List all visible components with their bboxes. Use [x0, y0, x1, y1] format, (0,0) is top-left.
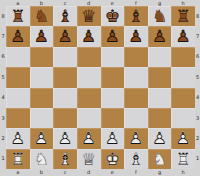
file-label-c-bottom: c: [53, 169, 77, 176]
piece-white-queen[interactable]: ♕: [77, 149, 101, 169]
piece-white-pawn[interactable]: ♙: [101, 128, 125, 148]
square-d2[interactable]: ♟♙: [77, 128, 101, 148]
piece-black-bishop-fill: ♝: [53, 6, 77, 26]
square-e2[interactable]: ♟♙: [101, 128, 125, 148]
square-b2[interactable]: ♟♙: [30, 128, 54, 148]
piece-white-bishop[interactable]: ♗: [124, 149, 148, 169]
piece-black-king-fill: ♚: [101, 6, 125, 26]
square-c6[interactable]: [53, 47, 77, 67]
square-d8[interactable]: ♛♕: [77, 6, 101, 26]
rank-label-4-right: 4: [195, 88, 200, 108]
square-a6[interactable]: [6, 47, 30, 67]
square-f4[interactable]: [124, 88, 148, 108]
square-f1[interactable]: ♝♗: [124, 149, 148, 169]
corner-spacer: [195, 169, 200, 176]
square-g4[interactable]: [148, 88, 172, 108]
file-label-h-bottom: h: [171, 169, 195, 176]
piece-black-pawn-fill: ♟: [6, 26, 30, 46]
square-g6[interactable]: [148, 47, 172, 67]
piece-black-pawn[interactable]: ♙: [53, 26, 77, 46]
piece-black-pawn[interactable]: ♙: [101, 26, 125, 46]
square-h7[interactable]: ♟♙: [171, 26, 195, 46]
piece-black-pawn[interactable]: ♙: [148, 26, 172, 46]
square-g7[interactable]: ♟♙: [148, 26, 172, 46]
square-b8[interactable]: ♞♘: [30, 6, 54, 26]
square-h4[interactable]: [171, 88, 195, 108]
file-label-b-bottom: b: [30, 169, 54, 176]
square-e3[interactable]: [101, 108, 125, 128]
piece-black-pawn[interactable]: ♙: [6, 26, 30, 46]
square-h2[interactable]: ♟♙: [171, 128, 195, 148]
square-a1[interactable]: ♜♖: [6, 149, 30, 169]
square-h1[interactable]: ♜♖: [171, 149, 195, 169]
square-b7[interactable]: ♟♙: [30, 26, 54, 46]
square-b1[interactable]: ♞♘: [30, 149, 54, 169]
square-d6[interactable]: [77, 47, 101, 67]
piece-white-pawn[interactable]: ♙: [148, 128, 172, 148]
square-a4[interactable]: [6, 88, 30, 108]
square-f8[interactable]: ♝♗: [124, 6, 148, 26]
piece-black-pawn-fill: ♟: [53, 26, 77, 46]
file-label-g-bottom: g: [148, 169, 172, 176]
piece-black-pawn[interactable]: ♙: [77, 26, 101, 46]
piece-white-rook-fill: ♜: [171, 149, 195, 169]
piece-black-king[interactable]: ♔: [101, 6, 125, 26]
piece-black-bishop-fill: ♝: [124, 6, 148, 26]
piece-white-rook-fill: ♜: [6, 149, 30, 169]
square-e1[interactable]: ♚♔: [101, 149, 125, 169]
rank-label-5-right: 5: [195, 67, 200, 87]
file-label-e-bottom: e: [101, 169, 125, 176]
piece-white-pawn[interactable]: ♙: [124, 128, 148, 148]
piece-black-knight[interactable]: ♘: [30, 6, 54, 26]
piece-white-bishop-fill: ♝: [124, 149, 148, 169]
square-b5[interactable]: [30, 67, 54, 87]
piece-white-rook[interactable]: ♖: [171, 149, 195, 169]
piece-white-pawn-fill: ♟: [30, 128, 54, 148]
piece-black-rook-fill: ♜: [6, 6, 30, 26]
piece-white-knight[interactable]: ♘: [30, 149, 54, 169]
square-g2[interactable]: ♟♙: [148, 128, 172, 148]
square-h3[interactable]: [171, 108, 195, 128]
square-e6[interactable]: [101, 47, 125, 67]
square-d1[interactable]: ♛♕: [77, 149, 101, 169]
square-b3[interactable]: [30, 108, 54, 128]
square-d4[interactable]: [77, 88, 101, 108]
piece-black-rook-fill: ♜: [171, 6, 195, 26]
square-g5[interactable]: [148, 67, 172, 87]
piece-black-pawn[interactable]: ♙: [30, 26, 54, 46]
piece-black-knight-fill: ♞: [148, 6, 172, 26]
piece-black-pawn-fill: ♟: [30, 26, 54, 46]
piece-black-pawn-fill: ♟: [77, 26, 101, 46]
piece-white-pawn-fill: ♟: [148, 128, 172, 148]
rank-label-7-right: 7: [195, 26, 200, 46]
piece-black-bishop[interactable]: ♗: [53, 6, 77, 26]
piece-black-pawn-fill: ♟: [171, 26, 195, 46]
square-a2[interactable]: ♟♙: [6, 128, 30, 148]
square-f7[interactable]: ♟♙: [124, 26, 148, 46]
square-a8[interactable]: ♜♖: [6, 6, 30, 26]
piece-white-king-fill: ♚: [101, 149, 125, 169]
piece-white-pawn[interactable]: ♙: [171, 128, 195, 148]
rank-label-1-right: 1: [195, 149, 200, 169]
piece-black-pawn-fill: ♟: [101, 26, 125, 46]
piece-white-pawn-fill: ♟: [6, 128, 30, 148]
piece-black-queen[interactable]: ♕: [77, 6, 101, 26]
square-a7[interactable]: ♟♙: [6, 26, 30, 46]
square-f2[interactable]: ♟♙: [124, 128, 148, 148]
square-a3[interactable]: [6, 108, 30, 128]
square-f5[interactable]: [124, 67, 148, 87]
square-f3[interactable]: [124, 108, 148, 128]
piece-black-knight[interactable]: ♘: [148, 6, 172, 26]
square-g3[interactable]: [148, 108, 172, 128]
square-a5[interactable]: [6, 67, 30, 87]
square-b6[interactable]: [30, 47, 54, 67]
square-c7[interactable]: ♟♙: [53, 26, 77, 46]
square-g8[interactable]: ♞♘: [148, 6, 172, 26]
square-c5[interactable]: [53, 67, 77, 87]
file-label-a-bottom: a: [6, 169, 30, 176]
piece-white-bishop-fill: ♝: [53, 149, 77, 169]
piece-white-knight[interactable]: ♘: [148, 149, 172, 169]
square-e8[interactable]: ♚♔: [101, 6, 125, 26]
piece-black-pawn-fill: ♟: [124, 26, 148, 46]
piece-black-pawn[interactable]: ♙: [124, 26, 148, 46]
piece-black-pawn-fill: ♟: [148, 26, 172, 46]
square-d5[interactable]: [77, 67, 101, 87]
square-c2[interactable]: ♟♙: [53, 128, 77, 148]
file-label-f-bottom: f: [124, 169, 148, 176]
piece-black-knight-fill: ♞: [30, 6, 54, 26]
piece-white-pawn-fill: ♟: [171, 128, 195, 148]
square-d3[interactable]: [77, 108, 101, 128]
square-c1[interactable]: ♝♗: [53, 149, 77, 169]
piece-black-queen-fill: ♛: [77, 6, 101, 26]
piece-black-bishop[interactable]: ♗: [124, 6, 148, 26]
file-label-d-bottom: d: [77, 169, 101, 176]
chess-board: abcdefgh8♜♖♞♘♝♗♛♕♚♔♝♗♞♘♜♖87♟♙♟♙♟♙♟♙♟♙♟♙♟…: [0, 0, 200, 176]
piece-white-pawn[interactable]: ♙: [77, 128, 101, 148]
square-c4[interactable]: [53, 88, 77, 108]
piece-white-pawn[interactable]: ♙: [53, 128, 77, 148]
piece-white-pawn[interactable]: ♙: [6, 128, 30, 148]
square-d7[interactable]: ♟♙: [77, 26, 101, 46]
piece-white-pawn[interactable]: ♙: [30, 128, 54, 148]
piece-white-knight-fill: ♞: [30, 149, 54, 169]
square-f6[interactable]: [124, 47, 148, 67]
square-c8[interactable]: ♝♗: [53, 6, 77, 26]
square-e5[interactable]: [101, 67, 125, 87]
piece-white-knight-fill: ♞: [148, 149, 172, 169]
square-b4[interactable]: [30, 88, 54, 108]
piece-white-bishop[interactable]: ♗: [53, 149, 77, 169]
square-h8[interactable]: ♜♖: [171, 6, 195, 26]
piece-white-pawn-fill: ♟: [124, 128, 148, 148]
rank-label-2-right: 2: [195, 128, 200, 148]
rank-label-8-right: 8: [195, 6, 200, 26]
square-h6[interactable]: [171, 47, 195, 67]
square-e7[interactable]: ♟♙: [101, 26, 125, 46]
piece-white-pawn-fill: ♟: [53, 128, 77, 148]
square-h5[interactable]: [171, 67, 195, 87]
piece-white-pawn-fill: ♟: [101, 128, 125, 148]
rank-label-6-right: 6: [195, 47, 200, 67]
piece-black-rook[interactable]: ♖: [6, 6, 30, 26]
piece-white-rook[interactable]: ♖: [6, 149, 30, 169]
piece-black-rook[interactable]: ♖: [171, 6, 195, 26]
piece-white-pawn-fill: ♟: [77, 128, 101, 148]
square-c3[interactable]: [53, 108, 77, 128]
square-g1[interactable]: ♞♘: [148, 149, 172, 169]
piece-black-pawn[interactable]: ♙: [171, 26, 195, 46]
piece-white-queen-fill: ♛: [77, 149, 101, 169]
rank-label-3-right: 3: [195, 108, 200, 128]
piece-white-king[interactable]: ♔: [101, 149, 125, 169]
square-e4[interactable]: [101, 88, 125, 108]
